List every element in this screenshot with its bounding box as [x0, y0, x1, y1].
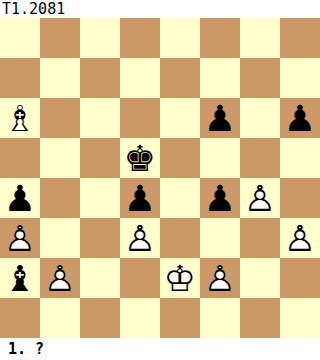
- chess-board: ♝♗♟♟♚♟♟♟♟♙♟♙♟♙♟♙♝♟♙♚♔♟♙: [0, 18, 320, 338]
- white-pawn-icon-outline: ♙: [280, 218, 320, 258]
- square-f2[interactable]: ♟♙: [200, 258, 240, 298]
- square-b7[interactable]: [40, 58, 80, 98]
- square-c7[interactable]: [80, 58, 120, 98]
- diagram-footer: 1. ?: [0, 338, 320, 360]
- chess-diagram: T1.2081 ♝♗♟♟♚♟♟♟♟♙♟♙♟♙♟♙♝♟♙♚♔♟♙ 1. ?: [0, 0, 320, 360]
- square-e3[interactable]: [160, 218, 200, 258]
- square-e5[interactable]: [160, 138, 200, 178]
- square-c3[interactable]: [80, 218, 120, 258]
- white-pawn-icon: ♟♙: [280, 218, 320, 258]
- white-pawn-icon: ♟♙: [200, 258, 240, 298]
- square-e4[interactable]: [160, 178, 200, 218]
- black-king-icon-glyph: ♚: [120, 138, 160, 178]
- square-h6[interactable]: ♟: [280, 98, 320, 138]
- move-prompt: 1. ?: [0, 340, 44, 358]
- square-c4[interactable]: [80, 178, 120, 218]
- square-a8[interactable]: [0, 18, 40, 58]
- square-c8[interactable]: [80, 18, 120, 58]
- square-f7[interactable]: [200, 58, 240, 98]
- square-e7[interactable]: [160, 58, 200, 98]
- square-g8[interactable]: [240, 18, 280, 58]
- square-g4[interactable]: ♟♙: [240, 178, 280, 218]
- black-pawn-icon: ♟: [120, 178, 160, 218]
- black-king-icon: ♚: [120, 138, 160, 178]
- square-d7[interactable]: [120, 58, 160, 98]
- square-d1[interactable]: [120, 298, 160, 338]
- square-h8[interactable]: [280, 18, 320, 58]
- white-pawn-icon: ♟♙: [0, 218, 40, 258]
- black-pawn-icon-glyph: ♟: [120, 178, 160, 218]
- square-b8[interactable]: [40, 18, 80, 58]
- puzzle-id: T1.2081: [0, 0, 65, 18]
- square-a3[interactable]: ♟♙: [0, 218, 40, 258]
- square-g3[interactable]: [240, 218, 280, 258]
- white-pawn-icon-outline: ♙: [240, 178, 280, 218]
- white-king-icon-outline: ♔: [160, 258, 200, 298]
- white-pawn-icon-outline: ♙: [200, 258, 240, 298]
- black-bishop-icon: ♝: [0, 258, 40, 298]
- square-c6[interactable]: [80, 98, 120, 138]
- black-pawn-icon-glyph: ♟: [0, 178, 40, 218]
- white-pawn-icon-outline: ♙: [0, 218, 40, 258]
- square-a2[interactable]: ♝: [0, 258, 40, 298]
- white-pawn-icon: ♟♙: [240, 178, 280, 218]
- diagram-header: T1.2081: [0, 0, 320, 18]
- square-h4[interactable]: [280, 178, 320, 218]
- square-a7[interactable]: [0, 58, 40, 98]
- square-c5[interactable]: [80, 138, 120, 178]
- white-pawn-icon: ♟♙: [120, 218, 160, 258]
- black-pawn-icon-glyph: ♟: [200, 178, 240, 218]
- square-d3[interactable]: ♟♙: [120, 218, 160, 258]
- square-e2[interactable]: ♚♔: [160, 258, 200, 298]
- square-b2[interactable]: ♟♙: [40, 258, 80, 298]
- square-b3[interactable]: [40, 218, 80, 258]
- square-f5[interactable]: [200, 138, 240, 178]
- square-a4[interactable]: ♟: [0, 178, 40, 218]
- square-b4[interactable]: [40, 178, 80, 218]
- square-c1[interactable]: [80, 298, 120, 338]
- square-h2[interactable]: [280, 258, 320, 298]
- white-bishop-icon-outline: ♗: [0, 98, 40, 138]
- white-pawn-icon: ♟♙: [40, 258, 80, 298]
- square-g2[interactable]: [240, 258, 280, 298]
- black-bishop-icon-glyph: ♝: [0, 258, 40, 298]
- square-g1[interactable]: [240, 298, 280, 338]
- square-f1[interactable]: [200, 298, 240, 338]
- black-pawn-icon: ♟: [200, 178, 240, 218]
- square-h5[interactable]: [280, 138, 320, 178]
- white-bishop-icon: ♝♗: [0, 98, 40, 138]
- square-d2[interactable]: [120, 258, 160, 298]
- square-h3[interactable]: ♟♙: [280, 218, 320, 258]
- square-h7[interactable]: [280, 58, 320, 98]
- square-a1[interactable]: [0, 298, 40, 338]
- black-pawn-icon-glyph: ♟: [280, 98, 320, 138]
- white-pawn-icon-outline: ♙: [40, 258, 80, 298]
- square-f3[interactable]: [200, 218, 240, 258]
- square-g7[interactable]: [240, 58, 280, 98]
- black-pawn-icon: ♟: [0, 178, 40, 218]
- square-f8[interactable]: [200, 18, 240, 58]
- square-b5[interactable]: [40, 138, 80, 178]
- square-g5[interactable]: [240, 138, 280, 178]
- square-a5[interactable]: [0, 138, 40, 178]
- square-b1[interactable]: [40, 298, 80, 338]
- square-a6[interactable]: ♝♗: [0, 98, 40, 138]
- square-e8[interactable]: [160, 18, 200, 58]
- square-g6[interactable]: [240, 98, 280, 138]
- square-f6[interactable]: ♟: [200, 98, 240, 138]
- square-c2[interactable]: [80, 258, 120, 298]
- black-pawn-icon-glyph: ♟: [200, 98, 240, 138]
- square-e1[interactable]: [160, 298, 200, 338]
- black-pawn-icon: ♟: [200, 98, 240, 138]
- square-d4[interactable]: ♟: [120, 178, 160, 218]
- white-king-icon: ♚♔: [160, 258, 200, 298]
- square-h1[interactable]: [280, 298, 320, 338]
- square-d5[interactable]: ♚: [120, 138, 160, 178]
- square-b6[interactable]: [40, 98, 80, 138]
- square-d8[interactable]: [120, 18, 160, 58]
- square-d6[interactable]: [120, 98, 160, 138]
- square-f4[interactable]: ♟: [200, 178, 240, 218]
- white-pawn-icon-outline: ♙: [120, 218, 160, 258]
- square-e6[interactable]: [160, 98, 200, 138]
- black-pawn-icon: ♟: [280, 98, 320, 138]
